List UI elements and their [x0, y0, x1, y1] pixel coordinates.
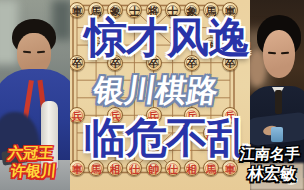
right-player-name: 林宏敏 — [247, 166, 296, 182]
eye — [281, 52, 289, 54]
xiangqi-piece-red-車: 車 — [222, 160, 238, 176]
xiangqi-piece-red-相: 相 — [107, 160, 123, 176]
xiangqi-piece-red-馬: 馬 — [203, 160, 219, 176]
right-player-title: 江南名手 — [239, 147, 300, 162]
eye — [268, 52, 276, 55]
eye — [37, 51, 45, 54]
overlay-title-line3: 临危不乱 — [84, 117, 248, 159]
xiangqi-piece-red-馬: 馬 — [88, 160, 104, 176]
xiangqi-piece-black-卒: 卒 — [69, 55, 85, 71]
xiangqi-piece-black-車: 車 — [69, 2, 85, 18]
xiangqi-piece-red-相: 相 — [184, 160, 200, 176]
xiangqi-piece-red-帥: 帥 — [146, 160, 162, 176]
xiangqi-piece-red-仕: 仕 — [126, 160, 142, 176]
xiangqi-piece-red-車: 車 — [69, 160, 85, 176]
video-thumbnail: 車馬象士将士象馬車砲砲卒卒卒卒卒兵兵兵兵兵炮炮車馬相仕帥仕相馬車 — [0, 0, 304, 190]
overlay-title-line2: 银川棋路 — [92, 75, 220, 106]
overlay-title-line1: 惊才风逸 — [85, 17, 249, 59]
xiangqi-piece-red-兵: 兵 — [69, 107, 85, 123]
right-player-face — [263, 30, 295, 78]
necktie — [275, 90, 282, 114]
left-player-name: 许银川 — [10, 164, 57, 179]
blue-badge — [271, 127, 283, 142]
eye — [23, 51, 31, 54]
xiangqi-piece-red-仕: 仕 — [165, 160, 181, 176]
left-player-title: 六冠王 — [7, 146, 54, 161]
